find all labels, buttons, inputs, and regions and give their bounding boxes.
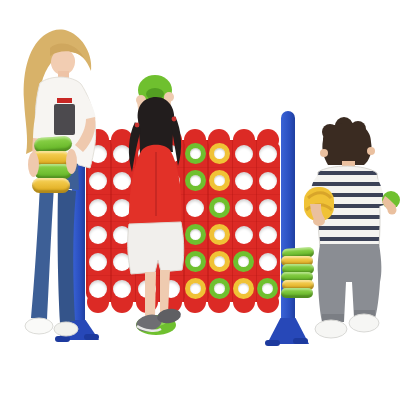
boy-shoe — [349, 314, 379, 332]
disc-yellow-r6-c7 — [233, 278, 254, 299]
right-post — [281, 111, 295, 333]
board-cell-r2-c8 — [259, 172, 277, 190]
disc-yellow-r2-c6 — [209, 170, 230, 191]
woman-left-hand — [28, 152, 39, 177]
girl-shorts — [128, 222, 184, 274]
girl-hair-tie — [172, 117, 177, 122]
disc-green-r6-c8 — [257, 278, 278, 299]
girl-right-leg — [160, 270, 170, 314]
board-cell-r3-c8 — [259, 199, 277, 217]
disc-green-r3-c6 — [209, 197, 230, 218]
girl-left-leg — [145, 272, 156, 318]
boy-left-hand — [388, 206, 397, 215]
woman-right-hand — [66, 149, 77, 174]
disc-yellow-r5-c6 — [209, 251, 230, 272]
disc-green-r5-c7 — [233, 251, 254, 272]
disc-green-r6-c6 — [209, 278, 230, 299]
right-foot-pad — [265, 340, 280, 346]
boy-ear — [320, 149, 328, 157]
boy-ear — [367, 147, 375, 155]
board-cell-r3-c7 — [235, 199, 253, 217]
disc-yellow-r4-c6 — [209, 224, 230, 245]
boy-right-hand — [313, 216, 325, 226]
shirt-print — [54, 104, 75, 135]
woman-shoe — [25, 318, 53, 334]
woman-shoe — [54, 322, 78, 336]
board-cell-r5-c8 — [259, 253, 277, 271]
player-boy — [298, 120, 400, 350]
player-girl — [116, 64, 200, 348]
disc-yellow-r1-c6 — [209, 143, 230, 164]
girl-hair-tie — [135, 123, 140, 128]
boy-shoe — [315, 320, 347, 338]
board-cell-r1-c7 — [235, 145, 253, 163]
board-cell-r1-c8 — [259, 145, 277, 163]
board-cell-r4-c8 — [259, 226, 277, 244]
shirt-print-text — [57, 98, 72, 103]
woman-left-leg — [31, 184, 54, 320]
product-photo-scene — [0, 0, 400, 400]
board-cell-r2-c7 — [235, 172, 253, 190]
board-cell-r4-c7 — [235, 226, 253, 244]
woman-right-leg — [58, 188, 76, 323]
girl-dress — [129, 145, 182, 228]
yellow-ring — [32, 178, 70, 193]
boy-hair — [322, 123, 371, 165]
